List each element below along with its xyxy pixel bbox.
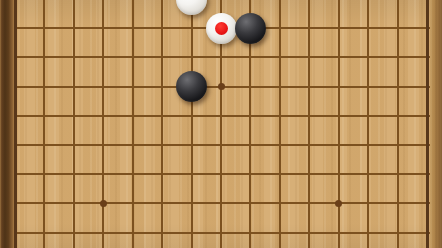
board-grid[interactable] [0, 0, 442, 248]
grid-line-v [132, 0, 134, 248]
grid-line-h [14, 173, 430, 175]
game-screen [0, 0, 442, 248]
grid-line-v [73, 0, 75, 248]
grid-line-v [397, 0, 399, 248]
grid-edge-line-v [426, 0, 429, 248]
grid-line-v [338, 0, 340, 248]
grid-line-h [14, 202, 430, 204]
grid-line-v [43, 0, 45, 248]
board-right-side-face [430, 0, 442, 248]
grid-edge-line-v [14, 0, 17, 248]
grid-line-h [14, 115, 430, 117]
black-stone [176, 71, 207, 102]
star-point [218, 83, 225, 90]
white-stone [206, 13, 237, 44]
grid-line-v [102, 0, 104, 248]
grid-line-v [367, 0, 369, 248]
star-point [335, 200, 342, 207]
white-stone [176, 0, 207, 15]
board-left-side-face [0, 0, 14, 248]
black-stone [235, 13, 266, 44]
grid-line-v [279, 0, 281, 248]
last-move-marker [215, 22, 228, 35]
grid-line-h [14, 144, 430, 146]
star-point [100, 200, 107, 207]
grid-line-v [161, 0, 163, 248]
grid-line-v [191, 0, 193, 248]
grid-line-h [14, 56, 430, 58]
grid-line-v [308, 0, 310, 248]
grid-line-h [14, 232, 430, 234]
